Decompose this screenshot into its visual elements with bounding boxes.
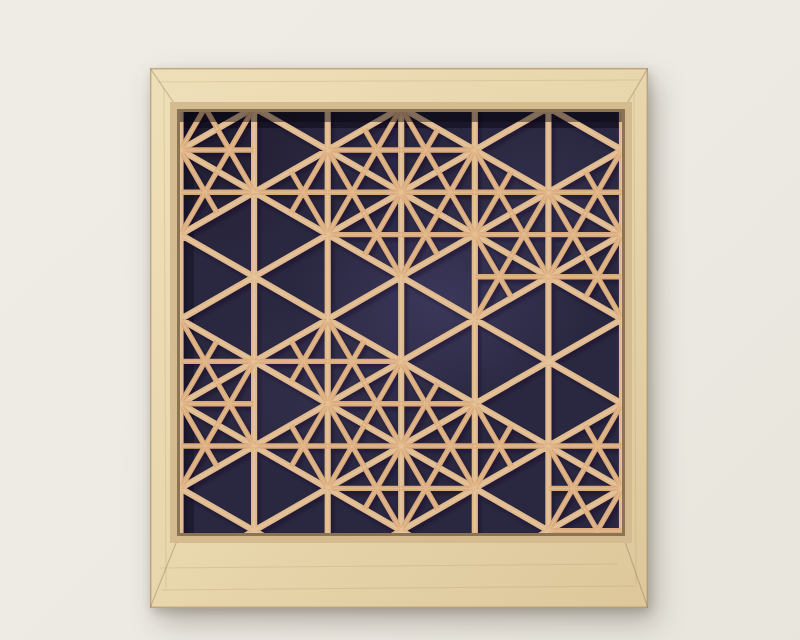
kumiko-panel-rendering — [150, 68, 648, 608]
opening-top-shadow — [180, 112, 622, 122]
kumiko-panel — [150, 68, 648, 608]
